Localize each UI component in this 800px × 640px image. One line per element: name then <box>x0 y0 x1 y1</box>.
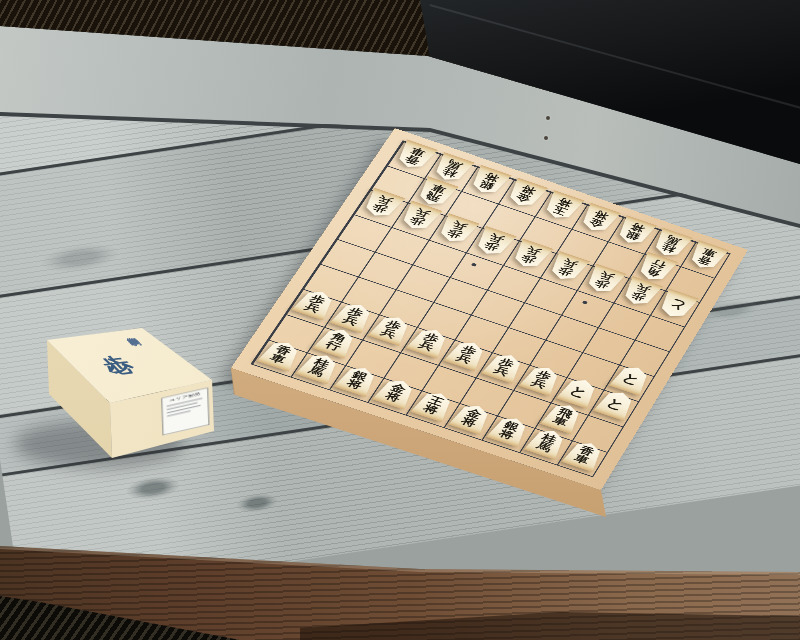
star-point <box>471 263 477 267</box>
star-point <box>582 300 588 304</box>
nail <box>546 116 550 120</box>
box-product-label: ユリア製品 <box>161 388 209 436</box>
nail <box>544 136 548 140</box>
